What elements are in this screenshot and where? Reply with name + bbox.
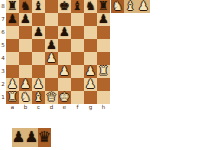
piece-black-bishop: ♝: [72, 0, 83, 13]
square-c4[interactable]: [32, 52, 45, 65]
piece-black-pawn: ♟: [59, 26, 70, 39]
file-label-d: d: [45, 104, 58, 111]
square-a4[interactable]: [6, 52, 19, 65]
square-h7[interactable]: ♟: [97, 13, 110, 26]
square-b1[interactable]: ♞: [19, 91, 32, 104]
piece-black-king: ♚: [59, 0, 70, 13]
square-f4[interactable]: [71, 52, 84, 65]
piece-black-pawn: ♟: [7, 13, 18, 26]
square-h2[interactable]: [97, 78, 110, 91]
square-d1[interactable]: ♛: [45, 91, 58, 104]
square-a7[interactable]: ♟: [6, 13, 19, 26]
chess-board: 8♜♞♝♚♝♞♜7♟♟♟6♟♟5♟4♟3♟♟♜2♟♟♟♟1♜♞♝♛♚abcdef…: [0, 0, 110, 117]
captured-tile: ♞: [111, 0, 124, 13]
captured-tile: ♛: [38, 128, 51, 147]
piece-black-pawn: ♟: [20, 13, 31, 26]
square-b6[interactable]: [19, 26, 32, 39]
square-f3[interactable]: [71, 65, 84, 78]
square-h5[interactable]: [97, 39, 110, 52]
piece-white-knight: ♞: [20, 91, 31, 104]
piece-white-rook: ♜: [7, 91, 18, 104]
piece-white-pawn: ♟: [85, 78, 96, 91]
piece-black-queen: ♛: [38, 128, 51, 147]
square-c6[interactable]: ♟: [32, 26, 45, 39]
square-h3[interactable]: ♜: [97, 65, 110, 78]
captured-white-tray: ♞♝♟: [111, 0, 150, 13]
square-b5[interactable]: [19, 39, 32, 52]
square-g6[interactable]: [84, 26, 97, 39]
square-b4[interactable]: [19, 52, 32, 65]
square-g5[interactable]: [84, 39, 97, 52]
piece-black-knight: ♞: [85, 0, 96, 13]
chess-app-canvas: 8♜♞♝♚♝♞♜7♟♟♟6♟♟5♟4♟3♟♟♜2♟♟♟♟1♜♞♝♛♚abcdef…: [0, 0, 200, 150]
square-e1[interactable]: ♚: [58, 91, 71, 104]
square-d8[interactable]: [45, 0, 58, 13]
square-f6[interactable]: [71, 26, 84, 39]
captured-tile: ♟: [137, 0, 150, 13]
captured-tile: ♟: [12, 128, 25, 147]
piece-white-pawn: ♟: [46, 52, 57, 65]
square-d4[interactable]: ♟: [45, 52, 58, 65]
square-c5[interactable]: [32, 39, 45, 52]
captured-black-tray: ♟♟♛: [12, 128, 51, 147]
square-c1[interactable]: ♝: [32, 91, 45, 104]
captured-tile: ♟: [25, 128, 38, 147]
piece-black-pawn: ♟: [98, 13, 109, 26]
square-f7[interactable]: [71, 13, 84, 26]
board-area: 8♜♞♝♚♝♞♜7♟♟♟6♟♟5♟4♟3♟♟♜2♟♟♟♟1♜♞♝♛♚abcdef…: [0, 0, 110, 117]
square-f1[interactable]: [71, 91, 84, 104]
square-d3[interactable]: [45, 65, 58, 78]
square-e3[interactable]: ♟: [58, 65, 71, 78]
file-label-a: a: [6, 104, 19, 111]
square-f8[interactable]: ♝: [71, 0, 84, 13]
square-c8[interactable]: ♝: [32, 0, 45, 13]
captured-tile: ♝: [124, 0, 137, 13]
square-g8[interactable]: ♞: [84, 0, 97, 13]
square-a6[interactable]: [6, 26, 19, 39]
square-b7[interactable]: ♟: [19, 13, 32, 26]
piece-black-pawn: ♟: [33, 26, 44, 39]
piece-white-king: ♚: [59, 91, 70, 104]
file-label-h: h: [97, 104, 110, 111]
piece-white-pawn: ♟: [59, 65, 70, 78]
square-f2[interactable]: [71, 78, 84, 91]
square-f5[interactable]: [71, 39, 84, 52]
piece-black-pawn: ♟: [25, 128, 38, 147]
piece-white-queen: ♛: [46, 91, 57, 104]
file-label-c: c: [32, 104, 45, 111]
file-label-g: g: [84, 104, 97, 111]
piece-white-bishop: ♝: [33, 91, 44, 104]
square-h6[interactable]: [97, 26, 110, 39]
square-h1[interactable]: [97, 91, 110, 104]
piece-black-bishop: ♝: [33, 0, 44, 13]
piece-black-pawn: ♟: [12, 128, 25, 147]
piece-white-rook: ♜: [98, 65, 109, 78]
square-e8[interactable]: ♚: [58, 0, 71, 13]
square-g1[interactable]: [84, 91, 97, 104]
square-a5[interactable]: [6, 39, 19, 52]
file-label-f: f: [71, 104, 84, 111]
square-g2[interactable]: ♟: [84, 78, 97, 91]
piece-white-knight: ♞: [112, 0, 123, 13]
piece-white-bishop: ♝: [125, 0, 136, 13]
square-e6[interactable]: ♟: [58, 26, 71, 39]
square-e5[interactable]: [58, 39, 71, 52]
square-a1[interactable]: ♜: [6, 91, 19, 104]
square-d7[interactable]: [45, 13, 58, 26]
square-g7[interactable]: [84, 13, 97, 26]
file-label-e: e: [58, 104, 71, 111]
piece-white-pawn: ♟: [138, 0, 149, 13]
file-label-b: b: [19, 104, 32, 111]
